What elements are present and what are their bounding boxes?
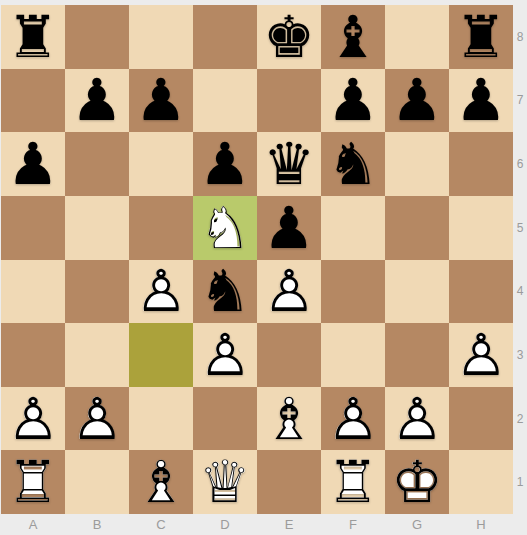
piece-glyph: ♟ [71,69,123,133]
piece-glyph: ♞ [327,132,379,196]
piece-glyph: ♙ [7,387,59,451]
file-label-a: A [1,514,65,535]
square-g2[interactable]: ♟♙ [385,387,449,451]
file-label-c: C [129,514,193,535]
square-d1[interactable]: ♛♕ [193,450,257,514]
square-d6[interactable]: ♟ [193,132,257,196]
square-g6[interactable] [385,132,449,196]
square-b4[interactable] [65,260,129,324]
square-b5[interactable] [65,196,129,260]
square-h5[interactable] [449,196,513,260]
piece-glyph: ♙ [263,260,315,324]
piece-glyph: ♜ [455,5,507,69]
piece-white-pawn[interactable]: ♟♙ [71,390,123,448]
file-label-g: G [385,514,449,535]
square-g5[interactable] [385,196,449,260]
square-b6[interactable] [65,132,129,196]
piece-white-queen[interactable]: ♛♕ [199,453,251,511]
rank-label-1: 1 [513,450,527,514]
piece-glyph: ♙ [391,387,443,451]
square-d4[interactable]: ♞ [193,260,257,324]
piece-glyph: ♗ [135,450,187,514]
square-c8[interactable] [129,5,193,69]
square-f4[interactable] [321,260,385,324]
rank-label-4: 4 [513,260,527,324]
piece-glyph: ♟ [455,69,507,133]
square-h3[interactable]: ♟♙ [449,323,513,387]
piece-glyph: ♟ [263,196,315,260]
square-h4[interactable] [449,260,513,324]
piece-black-pawn[interactable]: ♟ [135,71,187,129]
piece-white-pawn[interactable]: ♟♙ [391,390,443,448]
file-label-d: D [193,514,257,535]
piece-glyph: ♟ [135,69,187,133]
square-a3[interactable] [1,323,65,387]
piece-glyph: ♙ [71,387,123,451]
square-h7[interactable]: ♟ [449,69,513,133]
square-c7[interactable]: ♟ [129,69,193,133]
piece-white-bishop[interactable]: ♝♗ [263,390,315,448]
piece-white-bishop[interactable]: ♝♗ [135,453,187,511]
square-e8[interactable]: ♚ [257,5,321,69]
square-g1[interactable]: ♚♔ [385,450,449,514]
rank-label-5: 5 [513,196,527,260]
piece-black-rook[interactable]: ♜ [455,8,507,66]
square-h1[interactable] [449,450,513,514]
piece-glyph: ♗ [263,387,315,451]
square-c6[interactable] [129,132,193,196]
square-f2[interactable]: ♟♙ [321,387,385,451]
piece-glyph: ♘ [199,196,251,260]
square-c2[interactable] [129,387,193,451]
piece-glyph: ♟ [7,132,59,196]
square-b2[interactable]: ♟♙ [65,387,129,451]
square-f7[interactable]: ♟ [321,69,385,133]
piece-white-pawn[interactable]: ♟♙ [135,262,187,320]
square-d8[interactable] [193,5,257,69]
square-f5[interactable] [321,196,385,260]
piece-glyph: ♕ [199,450,251,514]
rank-label-6: 6 [513,132,527,196]
board-area: ♜♚♝♜♟♟♟♟♟♟♟♛♞♞♘♟♟♙♞♟♙♟♙♟♙♟♙♟♙♝♗♟♙♟♙♜♖♝♗♛… [0,0,527,535]
square-a6[interactable]: ♟ [1,132,65,196]
square-e7[interactable] [257,69,321,133]
piece-glyph: ♙ [327,387,379,451]
piece-black-pawn[interactable]: ♟ [199,135,251,193]
piece-white-rook[interactable]: ♜♖ [327,453,379,511]
square-d5[interactable]: ♞♘ [193,196,257,260]
piece-glyph: ♞ [199,260,251,324]
square-a8[interactable]: ♜ [1,5,65,69]
square-b1[interactable] [65,450,129,514]
square-c5[interactable] [129,196,193,260]
square-g3[interactable] [385,323,449,387]
piece-black-pawn[interactable]: ♟ [391,71,443,129]
square-a1[interactable]: ♜♖ [1,450,65,514]
square-e2[interactable]: ♝♗ [257,387,321,451]
file-label-b: B [65,514,129,535]
piece-black-rook[interactable]: ♜ [7,8,59,66]
square-g7[interactable]: ♟ [385,69,449,133]
square-b3[interactable] [65,323,129,387]
square-e3[interactable] [257,323,321,387]
square-a2[interactable]: ♟♙ [1,387,65,451]
square-e6[interactable]: ♛ [257,132,321,196]
piece-white-king[interactable]: ♚♔ [391,453,443,511]
file-label-f: F [321,514,385,535]
piece-white-pawn[interactable]: ♟♙ [7,390,59,448]
piece-white-pawn[interactable]: ♟♙ [455,326,507,384]
square-b8[interactable] [65,5,129,69]
file-label-h: H [449,514,513,535]
piece-glyph: ♛ [263,132,315,196]
rank-label-7: 7 [513,69,527,133]
rank-label-2: 2 [513,387,527,451]
piece-white-pawn[interactable]: ♟♙ [327,390,379,448]
piece-black-pawn[interactable]: ♟ [263,199,315,257]
square-g8[interactable] [385,5,449,69]
piece-white-rook[interactable]: ♜♖ [7,453,59,511]
square-c1[interactable]: ♝♗ [129,450,193,514]
piece-glyph: ♔ [391,450,443,514]
square-d3[interactable]: ♟♙ [193,323,257,387]
piece-glyph: ♟ [391,69,443,133]
file-labels: ABCDEFGH [1,514,513,535]
piece-black-pawn[interactable]: ♟ [327,71,379,129]
square-f3[interactable] [321,323,385,387]
piece-glyph: ♜ [7,5,59,69]
piece-glyph: ♟ [199,132,251,196]
piece-glyph: ♚ [263,5,315,69]
piece-white-pawn[interactable]: ♟♙ [263,262,315,320]
square-a7[interactable] [1,69,65,133]
piece-white-knight[interactable]: ♞♘ [199,199,251,257]
square-f6[interactable]: ♞ [321,132,385,196]
square-h8[interactable]: ♜ [449,5,513,69]
chess-board: ♜♚♝♜♟♟♟♟♟♟♟♛♞♞♘♟♟♙♞♟♙♟♙♟♙♟♙♟♙♝♗♟♙♟♙♜♖♝♗♛… [1,5,513,514]
piece-black-pawn[interactable]: ♟ [455,71,507,129]
piece-glyph: ♖ [327,450,379,514]
square-c3[interactable] [129,323,193,387]
piece-black-knight[interactable]: ♞ [199,262,251,320]
square-f8[interactable]: ♝ [321,5,385,69]
piece-glyph: ♝ [327,5,379,69]
square-e1[interactable] [257,450,321,514]
piece-black-knight[interactable]: ♞ [327,135,379,193]
piece-glyph: ♟ [327,69,379,133]
piece-black-queen[interactable]: ♛ [263,135,315,193]
piece-glyph: ♖ [7,450,59,514]
square-g4[interactable] [385,260,449,324]
square-d7[interactable] [193,69,257,133]
rank-labels: 87654321 [513,5,527,514]
rank-label-8: 8 [513,5,527,69]
square-f1[interactable]: ♜♖ [321,450,385,514]
rank-label-3: 3 [513,323,527,387]
square-a4[interactable] [1,260,65,324]
square-h6[interactable] [449,132,513,196]
file-label-e: E [257,514,321,535]
piece-glyph: ♙ [199,323,251,387]
square-d2[interactable] [193,387,257,451]
piece-black-king[interactable]: ♚ [263,8,315,66]
piece-white-pawn[interactable]: ♟♙ [199,326,251,384]
square-e5[interactable]: ♟ [257,196,321,260]
piece-black-pawn[interactable]: ♟ [7,135,59,193]
square-h2[interactable] [449,387,513,451]
piece-black-bishop[interactable]: ♝ [327,8,379,66]
piece-glyph: ♙ [135,260,187,324]
square-a5[interactable] [1,196,65,260]
piece-glyph: ♙ [455,323,507,387]
square-e4[interactable]: ♟♙ [257,260,321,324]
piece-black-pawn[interactable]: ♟ [71,71,123,129]
square-b7[interactable]: ♟ [65,69,129,133]
square-c4[interactable]: ♟♙ [129,260,193,324]
